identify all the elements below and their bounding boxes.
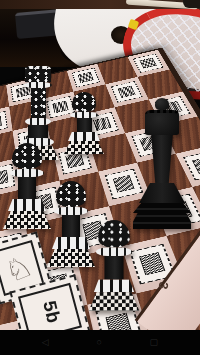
white-bishop[interactable] [64,92,104,154]
bishop-top [72,92,96,112]
pawn-collar [54,207,88,215]
white-pawn[interactable] [89,220,140,311]
king-knob [155,98,169,110]
king-body [149,135,176,183]
fiducial-marker [133,54,163,73]
white-pawn[interactable] [3,143,51,229]
pawn-stem [104,256,123,279]
queen-crown [25,66,51,82]
bishop-base [64,141,104,154]
fiducial-marker [72,68,100,88]
king-crown [145,110,179,135]
pawn-head [56,181,86,207]
black-king[interactable] [133,98,191,229]
fiducial-marker [0,111,8,134]
ar-chess-camera-view: 3 ♘ 5b [0,0,200,355]
pawn-flare [94,279,134,292]
queen-collar [25,118,51,125]
pawn-head [98,220,130,248]
pawn-flare [8,199,46,211]
pawn-stem [18,177,36,199]
pawn-head [12,143,42,169]
pawn-flare [52,237,90,249]
queen-stem [28,125,48,138]
home-button[interactable]: ○ [96,338,101,347]
corner-object [183,0,200,8]
pawn-base [89,292,140,311]
recents-button[interactable]: ▢ [150,338,159,347]
android-navbar: ◁ ○ ▢ [0,330,200,355]
pawn-stem [62,215,80,237]
back-button[interactable]: ◁ [42,338,49,347]
pawn-collar [10,169,44,177]
pawn-collar [96,248,132,256]
queen-body [31,88,46,118]
king-flare [139,183,185,203]
bishop-stem [77,118,92,132]
king-base [133,203,191,229]
square-id-label: 5b [37,298,64,325]
bishop-flare [68,132,100,141]
pawn-base [3,211,51,229]
